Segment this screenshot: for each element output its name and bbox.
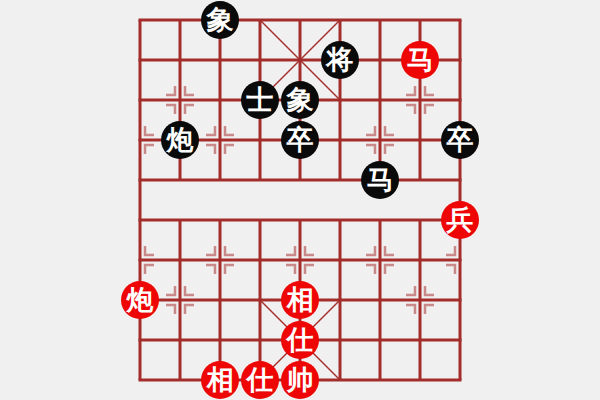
black-cannon-piece[interactable]: 炮 bbox=[161, 121, 199, 159]
red-general-piece[interactable]: 帅 bbox=[281, 361, 319, 399]
black-horse-piece[interactable]: 马 bbox=[361, 161, 399, 199]
black-cannon-glyph: 炮 bbox=[167, 126, 194, 153]
black-soldier-glyph: 卒 bbox=[287, 126, 314, 153]
red-elephant-piece[interactable]: 相 bbox=[201, 361, 239, 399]
black-horse-glyph: 马 bbox=[367, 166, 394, 193]
black-general-piece[interactable]: 将 bbox=[321, 41, 359, 79]
black-soldier-glyph: 卒 bbox=[447, 126, 474, 153]
red-soldier-glyph: 兵 bbox=[447, 206, 474, 233]
red-advisor-piece[interactable]: 仕 bbox=[241, 361, 279, 399]
black-soldier-piece[interactable]: 卒 bbox=[281, 121, 319, 159]
black-soldier-piece[interactable]: 卒 bbox=[441, 121, 479, 159]
black-elephant-piece[interactable]: 象 bbox=[201, 1, 239, 39]
black-elephant-piece[interactable]: 象 bbox=[281, 81, 319, 119]
black-advisor-glyph: 士 bbox=[247, 86, 274, 113]
red-elephant-piece[interactable]: 相 bbox=[281, 281, 319, 319]
red-advisor-glyph: 仕 bbox=[287, 326, 314, 353]
black-general-glyph: 将 bbox=[327, 46, 354, 73]
red-cannon-piece[interactable]: 炮 bbox=[121, 281, 159, 319]
red-advisor-glyph: 仕 bbox=[247, 366, 274, 393]
xiangqi-board: 象将马士象炮卒卒马兵炮相仕相仕帅 bbox=[0, 0, 600, 400]
black-elephant-glyph: 象 bbox=[207, 6, 234, 33]
red-horse-piece[interactable]: 马 bbox=[401, 41, 439, 79]
red-general-glyph: 帅 bbox=[287, 366, 314, 393]
black-advisor-piece[interactable]: 士 bbox=[241, 81, 279, 119]
red-advisor-piece[interactable]: 仕 bbox=[281, 321, 319, 359]
red-soldier-piece[interactable]: 兵 bbox=[441, 201, 479, 239]
red-horse-glyph: 马 bbox=[407, 46, 434, 73]
red-elephant-glyph: 相 bbox=[287, 286, 314, 313]
red-cannon-glyph: 炮 bbox=[127, 286, 154, 313]
black-elephant-glyph: 象 bbox=[287, 86, 314, 113]
red-elephant-glyph: 相 bbox=[207, 366, 234, 393]
pieces-layer: 象将马士象炮卒卒马兵炮相仕相仕帅 bbox=[120, 0, 480, 400]
